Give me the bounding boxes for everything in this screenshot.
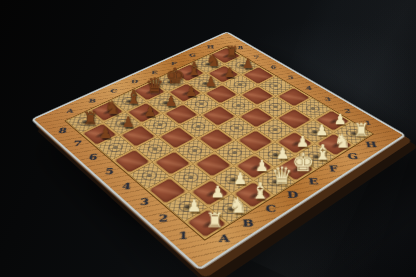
- file-label-near-F: F: [324, 163, 344, 174]
- square-f5[interactable]: [220, 94, 257, 116]
- file-label-far-C: C: [105, 86, 122, 94]
- file-label-far-E: E: [146, 68, 162, 75]
- file-label-far-H: H: [203, 43, 218, 50]
- chess-board: ♜♞♝♛♚♝♞♜♟♟♟♟♟♟♟♟♟♟♟♟♟♟♟♟♜♞♝♛♚♝♞♜ 11AA22B…: [34, 32, 403, 266]
- file-label-far-F: F: [166, 59, 181, 66]
- file-label-far-D: D: [126, 77, 142, 85]
- rank-label-right-6: 6: [265, 63, 281, 70]
- rank-label-left-2: 2: [153, 213, 173, 225]
- file-label-near-A: A: [214, 232, 234, 245]
- rank-label-left-8: 8: [53, 126, 72, 135]
- file-label-near-D: D: [283, 189, 303, 200]
- rank-label-left-3: 3: [134, 196, 154, 208]
- file-label-near-G: G: [343, 151, 363, 161]
- file-label-near-B: B: [238, 217, 258, 229]
- rank-label-left-7: 7: [67, 139, 86, 149]
- rank-label-left-4: 4: [116, 181, 136, 192]
- chess-set-photo: ♜♞♝♛♚♝♞♜♟♟♟♟♟♟♟♟♟♟♟♟♟♟♟♟♜♞♝♛♚♝♞♜ 11AA22B…: [0, 0, 416, 277]
- file-label-near-E: E: [304, 176, 324, 187]
- rank-label-left-1: 1: [172, 230, 192, 243]
- rank-label-right-8: 8: [233, 44, 248, 51]
- rank-label-right-7: 7: [249, 53, 264, 60]
- rank-label-right-3: 3: [319, 95, 337, 103]
- rank-label-right-5: 5: [282, 73, 299, 81]
- piece-black-pawn-a7[interactable]: ♟: [92, 125, 120, 140]
- rank-label-left-5: 5: [99, 166, 119, 177]
- file-label-near-C: C: [261, 203, 281, 215]
- file-label-far-G: G: [185, 51, 200, 58]
- scene: ♜♞♝♛♚♝♞♜♟♟♟♟♟♟♟♟♟♟♟♟♟♟♟♟♜♞♝♛♚♝♞♜ 11AA22B…: [0, 0, 416, 277]
- board-grid: ♜♞♝♛♚♝♞♜♟♟♟♟♟♟♟♟♟♟♟♟♟♟♟♟♜♞♝♛♚♝♞♜: [64, 45, 374, 240]
- rank-label-left-6: 6: [83, 152, 102, 162]
- piece-white-rook-a1[interactable]: ♜: [198, 210, 230, 231]
- file-label-near-H: H: [361, 140, 381, 150]
- rank-label-right-4: 4: [300, 84, 317, 92]
